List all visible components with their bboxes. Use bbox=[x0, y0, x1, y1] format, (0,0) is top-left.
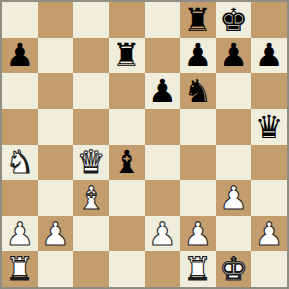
square-b8[interactable] bbox=[38, 2, 74, 38]
square-h8[interactable] bbox=[251, 2, 287, 38]
square-f7[interactable]: ♟ bbox=[180, 38, 216, 74]
square-e4[interactable] bbox=[145, 145, 181, 181]
square-a1[interactable]: ♜ bbox=[2, 251, 38, 287]
square-c8[interactable] bbox=[73, 2, 109, 38]
square-d8[interactable] bbox=[109, 2, 145, 38]
white-rook-icon[interactable]: ♜ bbox=[5, 253, 34, 285]
square-h5[interactable]: ♛ bbox=[251, 109, 287, 145]
square-e2[interactable]: ♟ bbox=[145, 216, 181, 252]
square-g4[interactable] bbox=[216, 145, 252, 181]
square-f6[interactable]: ♞ bbox=[180, 73, 216, 109]
black-pawn-icon[interactable]: ♟ bbox=[5, 39, 34, 71]
square-a8[interactable] bbox=[2, 2, 38, 38]
square-b6[interactable] bbox=[38, 73, 74, 109]
square-f5[interactable] bbox=[180, 109, 216, 145]
square-g5[interactable] bbox=[216, 109, 252, 145]
white-pawn-icon[interactable]: ♟ bbox=[148, 218, 177, 250]
square-g1[interactable]: ♚ bbox=[216, 251, 252, 287]
square-g2[interactable] bbox=[216, 216, 252, 252]
square-h1[interactable] bbox=[251, 251, 287, 287]
square-a2[interactable]: ♟ bbox=[2, 216, 38, 252]
square-h7[interactable]: ♟ bbox=[251, 38, 287, 74]
square-f3[interactable] bbox=[180, 180, 216, 216]
square-h3[interactable] bbox=[251, 180, 287, 216]
square-b4[interactable] bbox=[38, 145, 74, 181]
square-c5[interactable] bbox=[73, 109, 109, 145]
square-b1[interactable] bbox=[38, 251, 74, 287]
black-rook-icon[interactable]: ♜ bbox=[112, 39, 141, 71]
square-a6[interactable] bbox=[2, 73, 38, 109]
square-h6[interactable] bbox=[251, 73, 287, 109]
square-g7[interactable]: ♟ bbox=[216, 38, 252, 74]
white-pawn-icon[interactable]: ♟ bbox=[255, 218, 284, 250]
square-b5[interactable] bbox=[38, 109, 74, 145]
square-e1[interactable] bbox=[145, 251, 181, 287]
square-e3[interactable] bbox=[145, 180, 181, 216]
square-c3[interactable]: ♝ bbox=[73, 180, 109, 216]
square-f1[interactable]: ♜ bbox=[180, 251, 216, 287]
white-pawn-icon[interactable]: ♟ bbox=[184, 218, 213, 250]
black-pawn-icon[interactable]: ♟ bbox=[184, 39, 213, 71]
square-c4[interactable]: ♛ bbox=[73, 145, 109, 181]
square-g3[interactable]: ♟ bbox=[216, 180, 252, 216]
square-d5[interactable] bbox=[109, 109, 145, 145]
square-g6[interactable] bbox=[216, 73, 252, 109]
white-pawn-icon[interactable]: ♟ bbox=[5, 218, 34, 250]
square-d7[interactable]: ♜ bbox=[109, 38, 145, 74]
black-rook-icon[interactable]: ♜ bbox=[184, 4, 213, 36]
square-d1[interactable] bbox=[109, 251, 145, 287]
square-c6[interactable] bbox=[73, 73, 109, 109]
black-king-icon[interactable]: ♚ bbox=[219, 4, 248, 36]
white-rook-icon[interactable]: ♜ bbox=[184, 253, 213, 285]
square-e8[interactable] bbox=[145, 2, 181, 38]
square-d2[interactable] bbox=[109, 216, 145, 252]
chess-board: ♜♚♟♜♟♟♟♟♞♛♞♛♝♝♟♟♟♟♟♟♜♜♚ bbox=[0, 0, 289, 289]
white-bishop-icon[interactable]: ♝ bbox=[77, 182, 106, 214]
square-h2[interactable]: ♟ bbox=[251, 216, 287, 252]
black-pawn-icon[interactable]: ♟ bbox=[255, 39, 284, 71]
square-f2[interactable]: ♟ bbox=[180, 216, 216, 252]
square-f8[interactable]: ♜ bbox=[180, 2, 216, 38]
black-bishop-icon[interactable]: ♝ bbox=[112, 146, 141, 178]
square-a7[interactable]: ♟ bbox=[2, 38, 38, 74]
black-pawn-icon[interactable]: ♟ bbox=[219, 39, 248, 71]
square-e6[interactable]: ♟ bbox=[145, 73, 181, 109]
black-knight-icon[interactable]: ♞ bbox=[184, 75, 213, 107]
square-g8[interactable]: ♚ bbox=[216, 2, 252, 38]
square-e7[interactable] bbox=[145, 38, 181, 74]
white-pawn-icon[interactable]: ♟ bbox=[219, 182, 248, 214]
square-a4[interactable]: ♞ bbox=[2, 145, 38, 181]
square-h4[interactable] bbox=[251, 145, 287, 181]
white-king-icon[interactable]: ♚ bbox=[219, 253, 248, 285]
white-queen-icon[interactable]: ♛ bbox=[77, 146, 106, 178]
square-b3[interactable] bbox=[38, 180, 74, 216]
square-c2[interactable] bbox=[73, 216, 109, 252]
square-e5[interactable] bbox=[145, 109, 181, 145]
black-pawn-icon[interactable]: ♟ bbox=[148, 75, 177, 107]
square-a5[interactable] bbox=[2, 109, 38, 145]
square-c7[interactable] bbox=[73, 38, 109, 74]
white-knight-icon[interactable]: ♞ bbox=[5, 146, 34, 178]
square-b2[interactable]: ♟ bbox=[38, 216, 74, 252]
square-a3[interactable] bbox=[2, 180, 38, 216]
square-f4[interactable] bbox=[180, 145, 216, 181]
white-pawn-icon[interactable]: ♟ bbox=[41, 218, 70, 250]
square-d4[interactable]: ♝ bbox=[109, 145, 145, 181]
square-d6[interactable] bbox=[109, 73, 145, 109]
black-queen-icon[interactable]: ♛ bbox=[255, 111, 284, 143]
square-c1[interactable] bbox=[73, 251, 109, 287]
square-d3[interactable] bbox=[109, 180, 145, 216]
square-b7[interactable] bbox=[38, 38, 74, 74]
